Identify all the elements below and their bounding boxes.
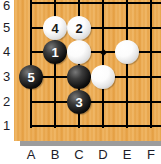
stone-black-B4: 1 bbox=[43, 40, 67, 64]
stone-white-B5: 4 bbox=[43, 16, 67, 40]
grid-hline-2 bbox=[30, 101, 161, 103]
stone-white-E4 bbox=[115, 40, 139, 64]
grid-hline-1 bbox=[30, 125, 161, 127]
col-label-A: A bbox=[23, 147, 39, 163]
stone-black-C3 bbox=[67, 65, 91, 89]
col-label-C: C bbox=[71, 147, 87, 163]
col-label-E: E bbox=[119, 147, 135, 163]
go-board[interactable]: 42153 bbox=[14, 0, 161, 141]
stone-black-C2: 3 bbox=[67, 90, 91, 114]
grid-vline-F bbox=[150, 0, 152, 128]
stone-white-C4 bbox=[67, 40, 91, 64]
go-diagram: 42153 123456ABCDEF bbox=[0, 0, 161, 164]
row-label-5: 5 bbox=[0, 20, 13, 36]
row-label-6: 6 bbox=[0, 0, 13, 14]
star-point-D4 bbox=[99, 48, 106, 55]
col-label-F: F bbox=[143, 147, 159, 163]
grid-vline-E bbox=[126, 0, 128, 128]
col-label-D: D bbox=[95, 147, 111, 163]
stone-white-D3 bbox=[91, 65, 115, 89]
stone-black-A3: 5 bbox=[19, 65, 43, 89]
row-label-2: 2 bbox=[0, 94, 13, 110]
stone-white-C5: 2 bbox=[67, 16, 91, 40]
row-label-1: 1 bbox=[0, 118, 13, 134]
row-label-4: 4 bbox=[0, 44, 13, 60]
board-shadow bbox=[20, 141, 161, 146]
grid-hline-6 bbox=[30, 2, 161, 4]
row-label-3: 3 bbox=[0, 69, 13, 85]
grid-vline-A bbox=[30, 0, 32, 128]
col-label-B: B bbox=[47, 147, 63, 163]
grid-vline-D bbox=[102, 0, 104, 128]
